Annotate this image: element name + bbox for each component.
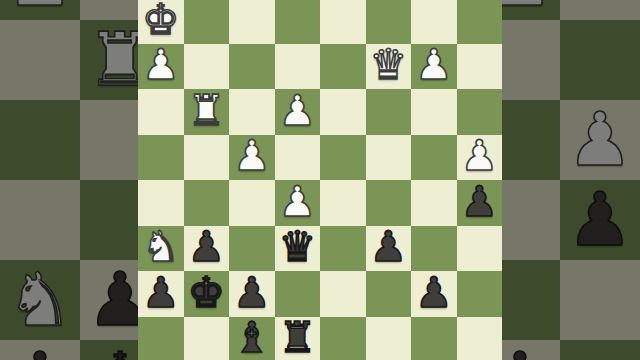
square-g1[interactable] bbox=[184, 0, 230, 44]
square-c5[interactable] bbox=[366, 180, 412, 226]
square-f1[interactable] bbox=[229, 0, 275, 44]
square-b2[interactable]: ♟ bbox=[411, 44, 457, 90]
bg-square-a6 bbox=[560, 260, 640, 340]
square-e2[interactable] bbox=[275, 44, 321, 90]
square-b7[interactable]: ♟ bbox=[411, 271, 457, 317]
square-b8[interactable] bbox=[411, 317, 457, 360]
square-d7[interactable] bbox=[320, 271, 366, 317]
bg-square-h2: ♟ bbox=[0, 0, 80, 20]
square-a8[interactable] bbox=[457, 317, 503, 360]
square-e5[interactable]: ♟ bbox=[275, 180, 321, 226]
square-h2[interactable]: ♟ bbox=[138, 44, 184, 90]
white-pawn: ♟ bbox=[415, 44, 453, 86]
square-b1[interactable] bbox=[411, 0, 457, 44]
square-e4[interactable] bbox=[275, 135, 321, 181]
square-g6[interactable]: ♟ bbox=[184, 226, 230, 272]
square-e1[interactable] bbox=[275, 0, 321, 44]
square-c7[interactable] bbox=[366, 271, 412, 317]
bg-square-a4: ♟ bbox=[560, 100, 640, 180]
square-b4[interactable] bbox=[411, 135, 457, 181]
square-f5[interactable] bbox=[229, 180, 275, 226]
square-d4[interactable] bbox=[320, 135, 366, 181]
bg-square-h3 bbox=[0, 20, 80, 100]
square-c4[interactable] bbox=[366, 135, 412, 181]
bg-square-h6: ♞ bbox=[0, 260, 80, 340]
square-g2[interactable] bbox=[184, 44, 230, 90]
square-c2[interactable]: ♛ bbox=[366, 44, 412, 90]
square-e7[interactable] bbox=[275, 271, 321, 317]
square-h8[interactable] bbox=[138, 317, 184, 360]
bg-square-a3 bbox=[560, 20, 640, 100]
black-bishop: ♝ bbox=[233, 317, 271, 359]
square-b5[interactable] bbox=[411, 180, 457, 226]
black-pawn: ♟ bbox=[187, 226, 225, 268]
white-pawn: ♟ bbox=[233, 135, 271, 177]
white-king: ♚ bbox=[142, 0, 180, 41]
bg-square-a7 bbox=[560, 340, 640, 360]
square-d3[interactable] bbox=[320, 89, 366, 135]
square-a7[interactable] bbox=[457, 271, 503, 317]
square-c6[interactable]: ♟ bbox=[366, 226, 412, 272]
black-pawn: ♟ bbox=[369, 226, 407, 268]
black-king: ♚ bbox=[187, 272, 225, 314]
black-queen: ♛ bbox=[278, 226, 316, 268]
square-c8[interactable] bbox=[366, 317, 412, 360]
square-f7[interactable]: ♟ bbox=[229, 271, 275, 317]
square-a3[interactable] bbox=[457, 89, 503, 135]
black-rook: ♜ bbox=[278, 317, 316, 359]
square-h5[interactable] bbox=[138, 180, 184, 226]
square-a6[interactable] bbox=[457, 226, 503, 272]
square-f4[interactable]: ♟ bbox=[229, 135, 275, 181]
square-d5[interactable] bbox=[320, 180, 366, 226]
black-pawn: ♟ bbox=[142, 272, 180, 314]
square-d1[interactable] bbox=[320, 0, 366, 44]
square-h3[interactable] bbox=[138, 89, 184, 135]
square-g5[interactable] bbox=[184, 180, 230, 226]
black-pawn: ♟ bbox=[415, 272, 453, 314]
square-a2[interactable] bbox=[457, 44, 503, 90]
square-b3[interactable] bbox=[411, 89, 457, 135]
square-c3[interactable] bbox=[366, 89, 412, 135]
white-rook: ♜ bbox=[187, 90, 225, 132]
square-c1[interactable] bbox=[366, 0, 412, 44]
square-e6[interactable]: ♛ bbox=[275, 226, 321, 272]
white-knight: ♞ bbox=[7, 262, 73, 336]
white-queen: ♛ bbox=[369, 44, 407, 86]
white-pawn: ♟ bbox=[567, 102, 633, 176]
square-d8[interactable] bbox=[320, 317, 366, 360]
square-e3[interactable]: ♟ bbox=[275, 89, 321, 135]
square-h1[interactable]: ♚ bbox=[138, 0, 184, 44]
square-b6[interactable] bbox=[411, 226, 457, 272]
square-g7[interactable]: ♚ bbox=[184, 271, 230, 317]
square-d6[interactable] bbox=[320, 226, 366, 272]
bg-square-a2 bbox=[560, 0, 640, 20]
black-pawn: ♟ bbox=[7, 342, 73, 360]
square-h6[interactable]: ♞ bbox=[138, 226, 184, 272]
square-f8[interactable]: ♝ bbox=[229, 317, 275, 360]
white-pawn: ♟ bbox=[460, 135, 498, 177]
video-frame: ♚♟♛♟♜♟♟♟♟♟♞♟♛♟♟♚♟♟♝♜ ♚♟♛♟♜♟♟♟♟♟♞♟♛♟♟♚♟♟♝… bbox=[0, 0, 640, 360]
black-pawn: ♟ bbox=[567, 182, 633, 256]
square-h7[interactable]: ♟ bbox=[138, 271, 184, 317]
square-e8[interactable]: ♜ bbox=[275, 317, 321, 360]
square-f3[interactable] bbox=[229, 89, 275, 135]
black-pawn: ♟ bbox=[233, 272, 271, 314]
square-h4[interactable] bbox=[138, 135, 184, 181]
bg-square-h5 bbox=[0, 180, 80, 260]
square-a4[interactable]: ♟ bbox=[457, 135, 503, 181]
bg-square-a5: ♟ bbox=[560, 180, 640, 260]
white-knight: ♞ bbox=[142, 226, 180, 268]
square-f6[interactable] bbox=[229, 226, 275, 272]
black-pawn: ♟ bbox=[460, 181, 498, 223]
white-pawn: ♟ bbox=[142, 44, 180, 86]
square-g4[interactable] bbox=[184, 135, 230, 181]
white-pawn: ♟ bbox=[278, 90, 316, 132]
square-d2[interactable] bbox=[320, 44, 366, 90]
square-g8[interactable] bbox=[184, 317, 230, 360]
square-a5[interactable]: ♟ bbox=[457, 180, 503, 226]
white-pawn: ♟ bbox=[7, 0, 73, 16]
white-pawn: ♟ bbox=[278, 181, 316, 223]
bg-square-h4 bbox=[0, 100, 80, 180]
square-f2[interactable] bbox=[229, 44, 275, 90]
square-g3[interactable]: ♜ bbox=[184, 89, 230, 135]
bg-square-h7: ♟ bbox=[0, 340, 80, 360]
square-a1[interactable] bbox=[457, 0, 503, 44]
chess-board: ♚♟♛♟♜♟♟♟♟♟♞♟♛♟♟♚♟♟♝♜ bbox=[138, 0, 502, 360]
